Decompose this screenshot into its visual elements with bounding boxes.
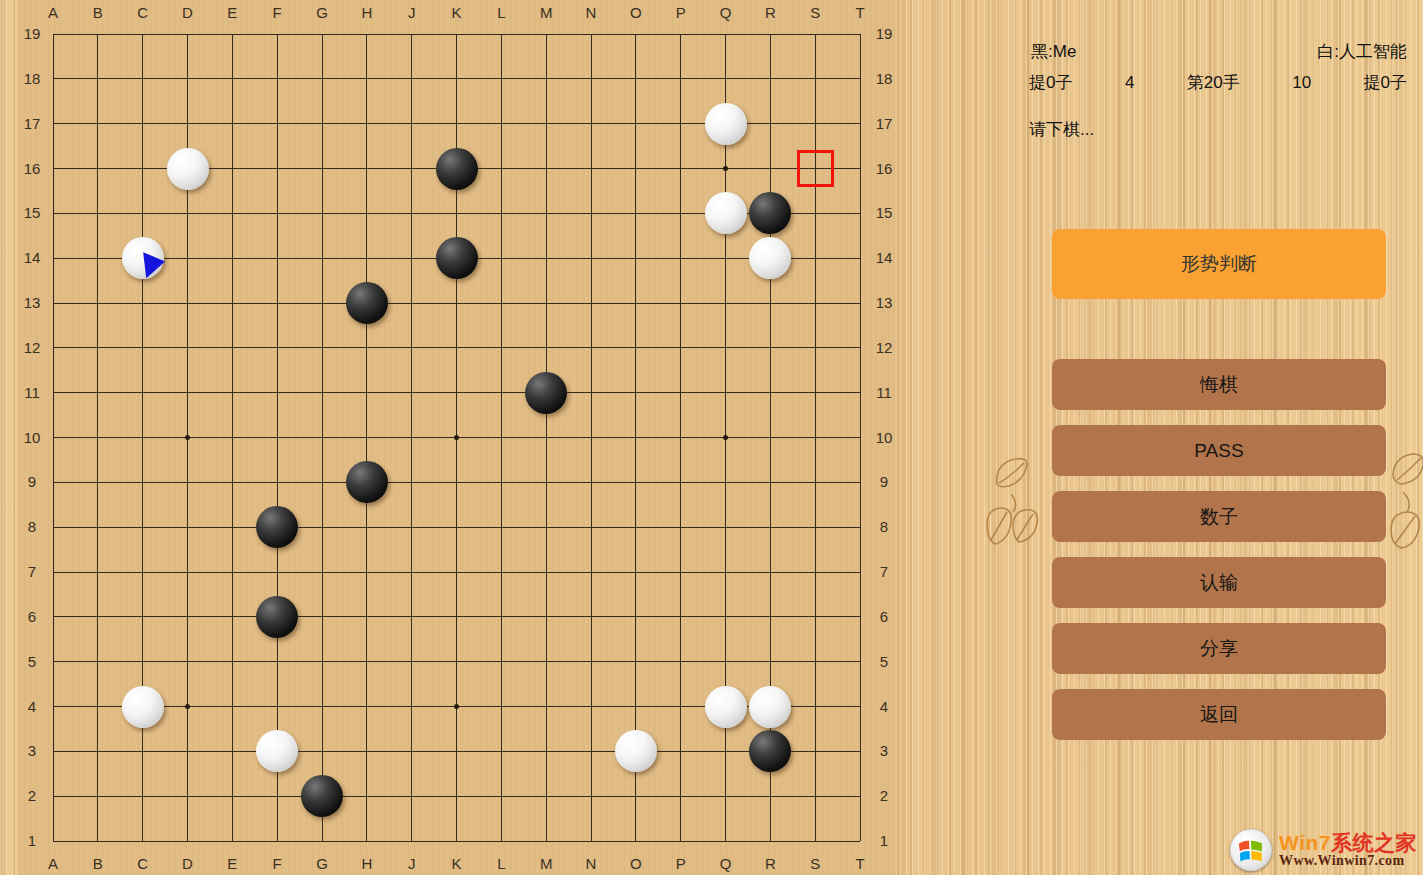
coord-label-top: L <box>487 4 515 22</box>
coord-label-left: 15 <box>18 204 46 222</box>
black-stone <box>749 730 791 772</box>
star-point <box>185 435 190 440</box>
star-point <box>454 704 459 709</box>
black-stone <box>436 148 478 190</box>
black-player-label: 黑:Me <box>1031 40 1076 62</box>
white-stone <box>256 730 298 772</box>
white-number: 10 <box>1292 73 1311 93</box>
coord-label-top: B <box>84 4 112 22</box>
star-point <box>723 435 728 440</box>
grid-line <box>680 34 681 841</box>
coord-label-left: 13 <box>18 294 46 312</box>
coord-label-bottom: T <box>846 855 874 873</box>
pass-button[interactable]: PASS <box>1052 425 1386 476</box>
black-stone <box>346 282 388 324</box>
coord-label-bottom: K <box>443 855 471 873</box>
coord-label-bottom: M <box>532 855 560 873</box>
game-info-panel: 黑:Me 白:人工智能 提0子 4 第20手 10 提0子 请下棋... 形势判… <box>895 0 1423 875</box>
grid-line <box>53 751 860 752</box>
coord-label-top: P <box>667 4 695 22</box>
captures-line: 提0子 4 第20手 10 提0子 <box>1029 71 1407 93</box>
white-stone <box>705 103 747 145</box>
coord-label-top: R <box>756 4 784 22</box>
coord-label-left: 12 <box>18 339 46 357</box>
coord-label-bottom: P <box>667 855 695 873</box>
coord-label-left: 2 <box>18 787 46 805</box>
white-stone <box>749 686 791 728</box>
hover-marker <box>797 150 834 187</box>
black-captures: 提0子 <box>1029 71 1072 94</box>
coord-label-left: 17 <box>18 115 46 133</box>
coord-label-left: 16 <box>18 160 46 178</box>
white-stone <box>122 686 164 728</box>
coord-label-left: 6 <box>18 608 46 626</box>
coord-label-bottom: L <box>487 855 515 873</box>
action-button-group: 悔棋 PASS 数子 认输 分享 返回 <box>1052 359 1386 740</box>
watermark-text: Win7系统之家 Www.Winwin7.com <box>1279 832 1417 869</box>
coord-label-top: S <box>801 4 829 22</box>
black-stone <box>256 596 298 638</box>
white-stone <box>615 730 657 772</box>
leaf-decoration-icon <box>1385 446 1423 574</box>
black-stone <box>346 461 388 503</box>
coord-label-left: 19 <box>18 25 46 43</box>
coord-label-top: A <box>39 4 67 22</box>
white-stone <box>122 237 164 279</box>
coord-label-bottom: H <box>353 855 381 873</box>
coord-label-bottom: A <box>39 855 67 873</box>
coord-label-top: F <box>263 4 291 22</box>
coord-label-bottom: Q <box>712 855 740 873</box>
coord-label-left: 8 <box>18 518 46 536</box>
grid-line <box>53 796 860 797</box>
coord-label-bottom: G <box>308 855 336 873</box>
coord-label-left: 5 <box>18 653 46 671</box>
coord-label-left: 9 <box>18 473 46 491</box>
resign-button[interactable]: 认输 <box>1052 557 1386 608</box>
grid-line <box>591 34 592 841</box>
star-point <box>185 704 190 709</box>
coord-label-top: D <box>174 4 202 22</box>
watermark-title: Win7系统之家 <box>1279 832 1417 854</box>
coord-label-left: 18 <box>18 70 46 88</box>
white-stone <box>705 192 747 234</box>
coord-label-left: 14 <box>18 249 46 267</box>
coord-label-bottom: F <box>263 855 291 873</box>
grid-line <box>53 616 860 617</box>
coord-label-bottom: R <box>756 855 784 873</box>
go-board-panel: AABBCCDDEEFFGGHHJJKKLLMMNNOOPPQQRRSSTT19… <box>18 0 895 875</box>
coord-label-bottom: C <box>129 855 157 873</box>
windows-flag-icon <box>1230 829 1272 871</box>
coord-label-top: G <box>308 4 336 22</box>
coord-label-top: K <box>443 4 471 22</box>
coord-label-bottom: N <box>577 855 605 873</box>
coord-label-left: 11 <box>18 384 46 402</box>
star-point <box>723 166 728 171</box>
back-button[interactable]: 返回 <box>1052 689 1386 740</box>
win7-watermark: Win7系统之家 Www.Winwin7.com <box>1230 829 1417 871</box>
grid-line <box>53 661 860 662</box>
coord-label-left: 10 <box>18 429 46 447</box>
share-button[interactable]: 分享 <box>1052 623 1386 674</box>
coord-label-top: T <box>846 4 874 22</box>
white-captures: 提0子 <box>1364 71 1407 94</box>
players-line: 黑:Me 白:人工智能 <box>1031 40 1407 62</box>
leaf-decoration-icon <box>981 450 1039 554</box>
coord-label-left: 1 <box>18 832 46 850</box>
coord-label-bottom: J <box>398 855 426 873</box>
coord-label-top: Q <box>712 4 740 22</box>
black-stone <box>525 372 567 414</box>
coord-label-left: 7 <box>18 563 46 581</box>
black-stone <box>301 775 343 817</box>
coord-label-bottom: E <box>218 855 246 873</box>
coord-label-top: H <box>353 4 381 22</box>
coord-label-left: 4 <box>18 698 46 716</box>
grid-line <box>53 527 860 528</box>
coord-label-top: E <box>218 4 246 22</box>
coord-label-top: M <box>532 4 560 22</box>
grid-line <box>860 34 861 841</box>
coord-label-bottom: S <box>801 855 829 873</box>
white-player-label: 白:人工智能 <box>1317 40 1407 62</box>
black-stone <box>749 192 791 234</box>
grid-line <box>635 34 636 841</box>
black-stone <box>256 506 298 548</box>
white-stone <box>167 148 209 190</box>
coord-label-bottom: O <box>622 855 650 873</box>
black-number: 4 <box>1125 73 1134 93</box>
go-board[interactable]: AABBCCDDEEFFGGHHJJKKLLMMNNOOPPQQRRSSTT19… <box>18 0 895 875</box>
coord-label-left: 3 <box>18 742 46 760</box>
undo-button[interactable]: 悔棋 <box>1052 359 1386 410</box>
grid-line <box>53 572 860 573</box>
judge-position-button[interactable]: 形势判断 <box>1052 229 1386 299</box>
white-stone <box>749 237 791 279</box>
count-button[interactable]: 数子 <box>1052 491 1386 542</box>
grid-line <box>501 34 502 841</box>
coord-label-top: O <box>622 4 650 22</box>
white-stone <box>705 686 747 728</box>
coord-label-top: N <box>577 4 605 22</box>
black-stone <box>436 237 478 279</box>
coord-label-bottom: B <box>84 855 112 873</box>
watermark-url: Www.Winwin7.com <box>1279 854 1417 869</box>
go-app-window: AABBCCDDEEFFGGHHJJKKLLMMNNOOPPQQRRSSTT19… <box>0 0 1423 875</box>
move-counter: 第20手 <box>1187 71 1240 94</box>
status-text: 请下棋... <box>1029 118 1094 141</box>
grid-line <box>53 482 860 483</box>
coord-label-top: J <box>398 4 426 22</box>
star-point <box>454 435 459 440</box>
grid-line <box>53 841 860 842</box>
coord-label-bottom: D <box>174 855 202 873</box>
coord-label-top: C <box>129 4 157 22</box>
grid-line <box>546 34 547 841</box>
